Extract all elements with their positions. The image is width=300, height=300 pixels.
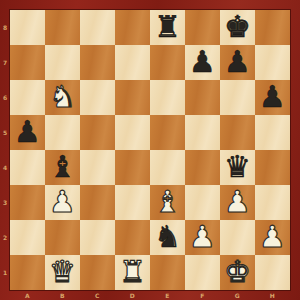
black-bishop-b4[interactable]: ♝ (45, 150, 80, 185)
square-a6[interactable] (10, 80, 45, 115)
square-h2[interactable]: ♟ (255, 220, 290, 255)
white-pawn-g3[interactable]: ♟ (220, 185, 255, 220)
square-h7[interactable] (255, 45, 290, 80)
black-rook-e8[interactable]: ♜ (150, 10, 185, 45)
file-label-h: H (255, 290, 290, 300)
square-b7[interactable] (45, 45, 80, 80)
square-a5[interactable]: ♟ (10, 115, 45, 150)
black-pawn-g7[interactable]: ♟ (220, 45, 255, 80)
white-rook-d1[interactable]: ♜ (115, 255, 150, 290)
square-e8[interactable]: ♜ (150, 10, 185, 45)
square-e5[interactable] (150, 115, 185, 150)
square-c3[interactable] (80, 185, 115, 220)
file-label-e: E (150, 290, 185, 300)
square-f5[interactable] (185, 115, 220, 150)
file-label-g: G (220, 290, 255, 300)
square-b6[interactable]: ♞ (45, 80, 80, 115)
square-d3[interactable] (115, 185, 150, 220)
file-label-a: A (10, 290, 45, 300)
square-c2[interactable] (80, 220, 115, 255)
rank-label-8: 8 (0, 10, 10, 45)
square-e1[interactable] (150, 255, 185, 290)
square-b2[interactable] (45, 220, 80, 255)
file-label-f: F (185, 290, 220, 300)
file-label-c: C (80, 290, 115, 300)
square-b1[interactable]: ♛ (45, 255, 80, 290)
square-d8[interactable] (115, 10, 150, 45)
black-pawn-f7[interactable]: ♟ (185, 45, 220, 80)
square-d6[interactable] (115, 80, 150, 115)
square-a2[interactable] (10, 220, 45, 255)
square-e3[interactable]: ♝ (150, 185, 185, 220)
white-pawn-h2[interactable]: ♟ (255, 220, 290, 255)
square-b3[interactable]: ♟ (45, 185, 80, 220)
square-g2[interactable] (220, 220, 255, 255)
file-labels: ABCDEFGH (10, 290, 290, 300)
black-queen-g4[interactable]: ♛ (220, 150, 255, 185)
rank-label-7: 7 (0, 45, 10, 80)
square-b8[interactable] (45, 10, 80, 45)
square-h3[interactable] (255, 185, 290, 220)
square-d1[interactable]: ♜ (115, 255, 150, 290)
square-b5[interactable] (45, 115, 80, 150)
square-a7[interactable] (10, 45, 45, 80)
square-c8[interactable] (80, 10, 115, 45)
square-e6[interactable] (150, 80, 185, 115)
white-queen-b1[interactable]: ♛ (45, 255, 80, 290)
white-knight-b6[interactable]: ♞ (45, 80, 80, 115)
rank-label-4: 4 (0, 150, 10, 185)
rank-labels: 87654321 (0, 10, 10, 290)
square-h1[interactable] (255, 255, 290, 290)
square-a8[interactable] (10, 10, 45, 45)
square-c6[interactable] (80, 80, 115, 115)
square-d4[interactable] (115, 150, 150, 185)
square-e4[interactable] (150, 150, 185, 185)
square-e2[interactable]: ♞ (150, 220, 185, 255)
square-f6[interactable] (185, 80, 220, 115)
square-h8[interactable] (255, 10, 290, 45)
rank-label-5: 5 (0, 115, 10, 150)
white-king-g1[interactable]: ♚ (220, 255, 255, 290)
chess-board-grid: ♜♚♟♟♞♟♟♝♛♟♝♟♞♟♟♛♜♚ (10, 10, 290, 290)
rank-label-6: 6 (0, 80, 10, 115)
square-c1[interactable] (80, 255, 115, 290)
white-pawn-b3[interactable]: ♟ (45, 185, 80, 220)
square-g1[interactable]: ♚ (220, 255, 255, 290)
square-h4[interactable] (255, 150, 290, 185)
black-king-g8[interactable]: ♚ (220, 10, 255, 45)
rank-label-1: 1 (0, 255, 10, 290)
file-label-b: B (45, 290, 80, 300)
square-a4[interactable] (10, 150, 45, 185)
rank-label-2: 2 (0, 220, 10, 255)
file-label-d: D (115, 290, 150, 300)
rank-label-3: 3 (0, 185, 10, 220)
square-c5[interactable] (80, 115, 115, 150)
square-g4[interactable]: ♛ (220, 150, 255, 185)
square-e7[interactable] (150, 45, 185, 80)
square-f8[interactable] (185, 10, 220, 45)
chess-board: 87654321 ABCDEFGH ♜♚♟♟♞♟♟♝♛♟♝♟♞♟♟♛♜♚ (0, 0, 300, 300)
black-knight-e2[interactable]: ♞ (150, 220, 185, 255)
square-d2[interactable] (115, 220, 150, 255)
black-pawn-a5[interactable]: ♟ (10, 115, 45, 150)
square-a1[interactable] (10, 255, 45, 290)
square-d7[interactable] (115, 45, 150, 80)
square-f3[interactable] (185, 185, 220, 220)
white-pawn-f2[interactable]: ♟ (185, 220, 220, 255)
square-b4[interactable]: ♝ (45, 150, 80, 185)
square-g5[interactable] (220, 115, 255, 150)
square-a3[interactable] (10, 185, 45, 220)
square-f4[interactable] (185, 150, 220, 185)
square-g6[interactable] (220, 80, 255, 115)
black-pawn-h6[interactable]: ♟ (255, 80, 290, 115)
square-g7[interactable]: ♟ (220, 45, 255, 80)
square-h6[interactable]: ♟ (255, 80, 290, 115)
square-d5[interactable] (115, 115, 150, 150)
square-f7[interactable]: ♟ (185, 45, 220, 80)
square-f1[interactable] (185, 255, 220, 290)
square-g8[interactable]: ♚ (220, 10, 255, 45)
square-f2[interactable]: ♟ (185, 220, 220, 255)
square-h5[interactable] (255, 115, 290, 150)
square-c4[interactable] (80, 150, 115, 185)
white-bishop-e3[interactable]: ♝ (150, 185, 185, 220)
square-c7[interactable] (80, 45, 115, 80)
square-g3[interactable]: ♟ (220, 185, 255, 220)
